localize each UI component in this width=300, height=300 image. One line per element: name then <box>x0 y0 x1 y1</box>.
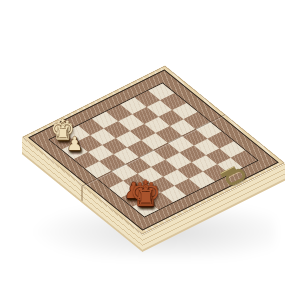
chess-piece-white-p: ♟ <box>67 134 83 152</box>
chess-set-photo: ♜♞♝♛♚♝♞♜♟♟♟♟♟♟♟♟♟♟♟♟♟♟♟♟♜♞♝♛♚♝♞♜ <box>0 0 300 300</box>
chess-piece-brown-r: ♜ <box>134 186 156 211</box>
box-fold-seam <box>81 185 82 201</box>
